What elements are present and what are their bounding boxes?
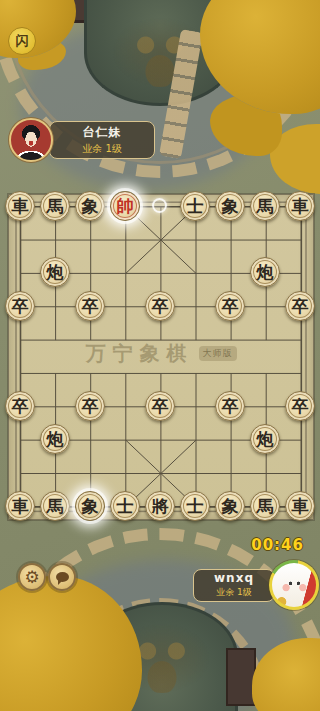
piece-將[interactable]: 將 — [145, 491, 175, 521]
move-timer: 00:46 — [251, 536, 304, 554]
piece-車[interactable]: 車 — [5, 191, 35, 221]
piece-車[interactable]: 車 — [285, 491, 315, 521]
piece-卒[interactable]: 卒 — [75, 391, 105, 421]
piece-卒[interactable]: 卒 — [285, 391, 315, 421]
piece-馬[interactable]: 馬 — [250, 491, 280, 521]
board-grid — [9, 195, 313, 519]
xiangqi-game-screen: 万宁象棋 大师版 車馬象帥士象馬車炮炮卒卒卒卒卒卒卒卒卒卒炮炮車馬象士將士象馬車… — [0, 0, 320, 711]
opponent-card: 台仁妹 业余 1级 — [9, 118, 155, 162]
settings-button[interactable]: ⚙ — [18, 563, 46, 591]
player-name: wnxq — [214, 571, 254, 585]
flash-button[interactable]: 闪 — [8, 27, 36, 55]
piece-士[interactable]: 士 — [180, 491, 210, 521]
piece-卒[interactable]: 卒 — [215, 291, 245, 321]
piece-炮[interactable]: 炮 — [250, 257, 280, 287]
chat-bubble-icon — [56, 572, 69, 582]
gear-icon: ⚙ — [24, 569, 39, 586]
piece-卒[interactable]: 卒 — [285, 291, 315, 321]
piece-士[interactable]: 士 — [180, 191, 210, 221]
piece-卒[interactable]: 卒 — [5, 391, 35, 421]
piece-卒[interactable]: 卒 — [145, 291, 175, 321]
player-card: wnxq 业余 1级 — [193, 560, 319, 610]
last-move-origin-marker — [152, 198, 167, 213]
piece-馬[interactable]: 馬 — [40, 491, 70, 521]
piece-帥[interactable]: 帥 — [110, 191, 140, 221]
opponent-info-panel: 台仁妹 业余 1级 — [49, 121, 155, 159]
xiangqi-board[interactable]: 万宁象棋 大师版 — [8, 194, 314, 520]
player-info-panel: wnxq 业余 1级 — [193, 569, 275, 602]
piece-炮[interactable]: 炮 — [40, 424, 70, 454]
chat-button[interactable] — [48, 563, 76, 591]
piece-卒[interactable]: 卒 — [75, 291, 105, 321]
piece-車[interactable]: 車 — [285, 191, 315, 221]
piece-卒[interactable]: 卒 — [145, 391, 175, 421]
piece-炮[interactable]: 炮 — [40, 257, 70, 287]
piece-卒[interactable]: 卒 — [215, 391, 245, 421]
player-rank: 业余 1级 — [216, 586, 252, 599]
piece-象[interactable]: 象 — [75, 191, 105, 221]
piece-象[interactable]: 象 — [75, 491, 105, 521]
piece-炮[interactable]: 炮 — [250, 424, 280, 454]
piece-士[interactable]: 士 — [110, 491, 140, 521]
opponent-name: 台仁妹 — [83, 124, 122, 141]
piece-馬[interactable]: 馬 — [40, 191, 70, 221]
player-avatar[interactable] — [272, 563, 316, 607]
piece-卒[interactable]: 卒 — [5, 291, 35, 321]
player-avatar-ring — [269, 560, 319, 610]
piece-象[interactable]: 象 — [215, 191, 245, 221]
opponent-rank: 业余 1级 — [82, 142, 122, 156]
piece-車[interactable]: 車 — [5, 491, 35, 521]
opponent-avatar[interactable] — [9, 118, 53, 162]
flash-icon: 闪 — [16, 32, 29, 50]
piece-馬[interactable]: 馬 — [250, 191, 280, 221]
piece-象[interactable]: 象 — [215, 491, 245, 521]
